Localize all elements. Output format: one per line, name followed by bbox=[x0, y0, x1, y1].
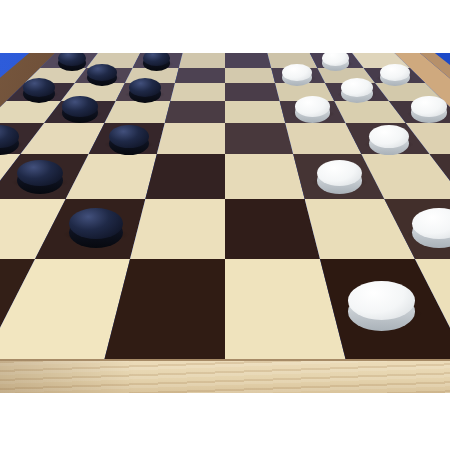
white-piece-f6r7[interactable] bbox=[282, 64, 312, 86]
square-f5r4[interactable] bbox=[225, 123, 293, 154]
piece-top bbox=[369, 125, 409, 148]
square-f5r3 bbox=[225, 154, 305, 199]
bottom-white-margin bbox=[0, 393, 450, 450]
white-piece-f6r3[interactable] bbox=[317, 160, 363, 194]
black-piece-f2r3[interactable] bbox=[17, 160, 63, 194]
board-front-edge bbox=[0, 359, 450, 393]
black-piece-f3r8[interactable] bbox=[143, 53, 170, 71]
white-piece-f8r7[interactable] bbox=[380, 64, 410, 86]
piece-top bbox=[348, 281, 415, 320]
square-f5r5 bbox=[225, 101, 285, 123]
piece-top bbox=[87, 64, 117, 81]
square-f5r7 bbox=[225, 68, 275, 83]
piece-top bbox=[17, 160, 63, 187]
white-piece-f6r1[interactable] bbox=[348, 281, 415, 331]
black-piece-f1r6[interactable] bbox=[23, 78, 55, 102]
black-piece-f2r7[interactable] bbox=[87, 64, 117, 86]
square-f4r5[interactable] bbox=[165, 101, 225, 123]
white-piece-f7r2[interactable] bbox=[412, 208, 450, 249]
piece-top bbox=[380, 64, 410, 81]
square-f4r6 bbox=[170, 83, 225, 101]
square-f5r2[interactable] bbox=[225, 199, 320, 259]
front-edge-shading bbox=[0, 361, 450, 393]
black-piece-f2r5[interactable] bbox=[62, 96, 98, 123]
piece-top bbox=[411, 96, 447, 117]
piece-top bbox=[317, 160, 363, 187]
piece-top bbox=[69, 208, 123, 239]
white-piece-f6r5[interactable] bbox=[295, 96, 331, 123]
piece-top bbox=[62, 96, 98, 117]
square-f3r5 bbox=[104, 101, 170, 123]
piece-top bbox=[282, 64, 312, 81]
white-piece-f7r4[interactable] bbox=[369, 125, 409, 155]
board-photo bbox=[0, 53, 450, 393]
square-f4r7[interactable] bbox=[175, 68, 225, 83]
top-white-margin bbox=[0, 0, 450, 53]
white-piece-f8r5[interactable] bbox=[411, 96, 447, 123]
square-f4r2 bbox=[130, 199, 225, 259]
black-piece-f3r4[interactable] bbox=[109, 125, 149, 155]
black-piece-f3r2[interactable] bbox=[69, 208, 123, 249]
white-piece-f7r6[interactable] bbox=[341, 78, 373, 102]
black-piece-f1r4[interactable] bbox=[0, 125, 19, 155]
piece-top bbox=[109, 125, 149, 148]
square-f4r3[interactable] bbox=[145, 154, 225, 199]
square-f5r8[interactable] bbox=[225, 53, 271, 68]
black-piece-f1r8[interactable] bbox=[58, 53, 85, 71]
screenshot bbox=[0, 0, 450, 450]
square-f4r4 bbox=[157, 123, 225, 154]
piece-top bbox=[295, 96, 331, 117]
square-f4r8 bbox=[179, 53, 225, 68]
black-piece-f3r6[interactable] bbox=[129, 78, 161, 102]
square-f5r6[interactable] bbox=[225, 83, 280, 101]
white-piece-f7r8[interactable] bbox=[322, 53, 349, 71]
